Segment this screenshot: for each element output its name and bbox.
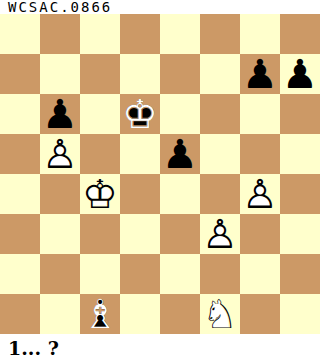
square-b7[interactable] <box>40 54 80 94</box>
square-e4[interactable] <box>160 174 200 214</box>
square-b2[interactable] <box>40 254 80 294</box>
black-king-piece[interactable]: ♚♔ <box>120 94 160 134</box>
black-pawn-piece[interactable]: ♟ <box>40 94 80 134</box>
square-b8[interactable] <box>40 14 80 54</box>
square-g5[interactable] <box>240 134 280 174</box>
white-knight-piece[interactable]: ♞♘ <box>200 294 240 334</box>
square-a6[interactable] <box>0 94 40 134</box>
square-f1[interactable]: ♞♘ <box>200 294 240 334</box>
square-f4[interactable] <box>200 174 240 214</box>
black-bishop-glyph-fill: ♝ <box>80 294 120 334</box>
square-a3[interactable] <box>0 214 40 254</box>
square-h3[interactable] <box>280 214 320 254</box>
square-e1[interactable] <box>160 294 200 334</box>
square-a7[interactable] <box>0 54 40 94</box>
square-c6[interactable] <box>80 94 120 134</box>
black-pawn-glyph-fill: ♟ <box>240 54 280 94</box>
square-a5[interactable] <box>0 134 40 174</box>
move-prompt: 1... ? <box>0 334 320 360</box>
page-title: WCSAC.0866 <box>0 0 320 14</box>
square-f6[interactable] <box>200 94 240 134</box>
square-h1[interactable] <box>280 294 320 334</box>
square-g4[interactable]: ♟♙ <box>240 174 280 214</box>
white-king-glyph-outline: ♔ <box>80 174 120 214</box>
square-e7[interactable] <box>160 54 200 94</box>
white-pawn-glyph-fill: ♟ <box>40 134 80 174</box>
square-c8[interactable] <box>80 14 120 54</box>
square-a2[interactable] <box>0 254 40 294</box>
square-d6[interactable]: ♚♔ <box>120 94 160 134</box>
white-king-piece[interactable]: ♚♔ <box>80 174 120 214</box>
square-a8[interactable] <box>0 14 40 54</box>
square-b4[interactable] <box>40 174 80 214</box>
square-d8[interactable] <box>120 14 160 54</box>
square-f8[interactable] <box>200 14 240 54</box>
square-g6[interactable] <box>240 94 280 134</box>
square-c2[interactable] <box>80 254 120 294</box>
square-g2[interactable] <box>240 254 280 294</box>
square-g3[interactable] <box>240 214 280 254</box>
square-e5[interactable]: ♟ <box>160 134 200 174</box>
white-king-glyph-fill: ♚ <box>80 174 120 214</box>
square-b3[interactable] <box>40 214 80 254</box>
square-g8[interactable] <box>240 14 280 54</box>
square-e8[interactable] <box>160 14 200 54</box>
square-f5[interactable] <box>200 134 240 174</box>
square-g7[interactable]: ♟ <box>240 54 280 94</box>
square-d7[interactable] <box>120 54 160 94</box>
white-pawn-piece[interactable]: ♟♙ <box>40 134 80 174</box>
square-f7[interactable] <box>200 54 240 94</box>
black-king-glyph-outline: ♔ <box>120 94 160 134</box>
chess-board: ♟♟♟♚♔♟♙♟♚♔♟♙♟♙♝♗♞♘ <box>0 14 320 334</box>
square-d5[interactable] <box>120 134 160 174</box>
black-pawn-glyph-fill: ♟ <box>160 134 200 174</box>
square-f2[interactable] <box>200 254 240 294</box>
white-knight-glyph-fill: ♞ <box>200 294 240 334</box>
square-b1[interactable] <box>40 294 80 334</box>
white-pawn-glyph-outline: ♙ <box>40 134 80 174</box>
square-a1[interactable] <box>0 294 40 334</box>
black-bishop-glyph-outline: ♗ <box>80 294 120 334</box>
square-e3[interactable] <box>160 214 200 254</box>
square-a4[interactable] <box>0 174 40 214</box>
square-d3[interactable] <box>120 214 160 254</box>
square-c7[interactable] <box>80 54 120 94</box>
square-d1[interactable] <box>120 294 160 334</box>
square-h4[interactable] <box>280 174 320 214</box>
black-pawn-piece[interactable]: ♟ <box>160 134 200 174</box>
black-pawn-glyph-fill: ♟ <box>40 94 80 134</box>
square-h7[interactable]: ♟ <box>280 54 320 94</box>
white-pawn-piece[interactable]: ♟♙ <box>240 174 280 214</box>
square-b6[interactable]: ♟ <box>40 94 80 134</box>
black-king-glyph-fill: ♚ <box>120 94 160 134</box>
square-h2[interactable] <box>280 254 320 294</box>
square-c5[interactable] <box>80 134 120 174</box>
white-knight-glyph-outline: ♘ <box>200 294 240 334</box>
square-e2[interactable] <box>160 254 200 294</box>
square-d4[interactable] <box>120 174 160 214</box>
black-bishop-piece[interactable]: ♝♗ <box>80 294 120 334</box>
square-e6[interactable] <box>160 94 200 134</box>
white-pawn-piece[interactable]: ♟♙ <box>200 214 240 254</box>
square-f3[interactable]: ♟♙ <box>200 214 240 254</box>
black-pawn-piece[interactable]: ♟ <box>240 54 280 94</box>
white-pawn-glyph-fill: ♟ <box>200 214 240 254</box>
black-pawn-piece[interactable]: ♟ <box>280 54 320 94</box>
white-pawn-glyph-outline: ♙ <box>200 214 240 254</box>
black-pawn-glyph-fill: ♟ <box>280 54 320 94</box>
white-pawn-glyph-fill: ♟ <box>240 174 280 214</box>
square-h5[interactable] <box>280 134 320 174</box>
square-b5[interactable]: ♟♙ <box>40 134 80 174</box>
square-c3[interactable] <box>80 214 120 254</box>
square-c4[interactable]: ♚♔ <box>80 174 120 214</box>
white-pawn-glyph-outline: ♙ <box>240 174 280 214</box>
square-d2[interactable] <box>120 254 160 294</box>
square-g1[interactable] <box>240 294 280 334</box>
square-h8[interactable] <box>280 14 320 54</box>
square-h6[interactable] <box>280 94 320 134</box>
square-c1[interactable]: ♝♗ <box>80 294 120 334</box>
